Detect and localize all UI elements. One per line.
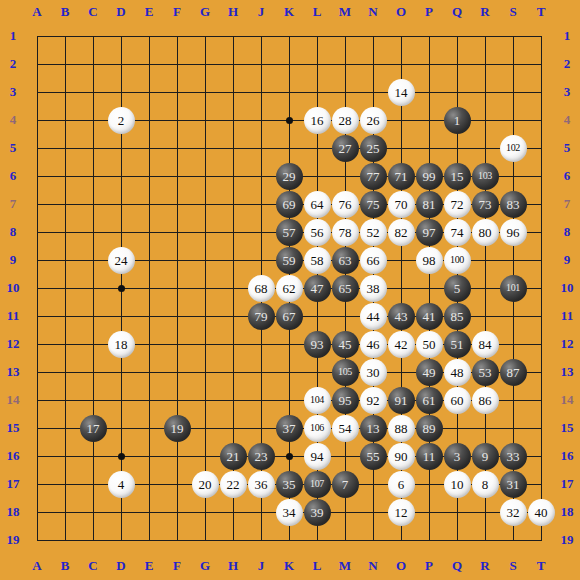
stone-white-G17: 20 [192, 471, 219, 498]
col-label-A: A [23, 2, 51, 22]
move-number: 105 [338, 367, 352, 377]
stone-black-Q6: 15 [444, 163, 471, 190]
stone-white-L14: 104 [304, 387, 331, 414]
stone-white-K10: 62 [276, 275, 303, 302]
move-number: 2 [118, 114, 125, 127]
move-number: 89 [423, 422, 436, 435]
stone-black-N6: 77 [360, 163, 387, 190]
move-number: 27 [339, 142, 352, 155]
row-label-2: 2 [2, 50, 24, 78]
col-label-A: A [23, 556, 51, 576]
stone-white-L4: 16 [304, 107, 331, 134]
stone-black-K11: 67 [276, 303, 303, 330]
move-number: 31 [507, 478, 520, 491]
col-label-P: P [415, 2, 443, 22]
stone-white-N14: 92 [360, 387, 387, 414]
move-number: 35 [283, 478, 296, 491]
row-label-10: 10 [556, 274, 578, 302]
move-number: 26 [367, 114, 380, 127]
stone-black-P7: 81 [416, 191, 443, 218]
row-label-6: 6 [556, 162, 578, 190]
stone-black-L12: 93 [304, 331, 331, 358]
col-label-H: H [219, 556, 247, 576]
row-label-15: 15 [2, 414, 24, 442]
stone-black-O14: 91 [388, 387, 415, 414]
col-label-O: O [387, 556, 415, 576]
move-number: 106 [310, 423, 324, 433]
stone-white-Q7: 72 [444, 191, 471, 218]
move-number: 63 [339, 254, 352, 267]
stone-black-P13: 49 [416, 359, 443, 386]
row-label-5: 5 [556, 134, 578, 162]
col-label-L: L [303, 2, 331, 22]
move-number: 3 [454, 450, 461, 463]
col-label-F: F [163, 2, 191, 22]
move-number: 78 [339, 226, 352, 239]
stone-black-K17: 35 [276, 471, 303, 498]
stone-white-N11: 44 [360, 303, 387, 330]
move-number: 43 [395, 310, 408, 323]
col-label-Q: Q [443, 2, 471, 22]
move-number: 44 [367, 310, 380, 323]
move-number: 55 [367, 450, 380, 463]
stone-white-M8: 78 [332, 219, 359, 246]
row-label-7: 7 [2, 190, 24, 218]
col-label-D: D [107, 2, 135, 22]
stone-black-Q12: 51 [444, 331, 471, 358]
stone-black-O11: 43 [388, 303, 415, 330]
move-number: 45 [339, 338, 352, 351]
stone-white-M15: 54 [332, 415, 359, 442]
move-number: 29 [283, 170, 296, 183]
row-label-11: 11 [2, 302, 24, 330]
row-label-9: 9 [2, 246, 24, 274]
stone-black-R13: 53 [472, 359, 499, 386]
move-number: 23 [255, 450, 268, 463]
row-label-17: 17 [556, 470, 578, 498]
move-number: 18 [115, 338, 128, 351]
col-label-R: R [471, 556, 499, 576]
stone-white-T18: 40 [528, 499, 555, 526]
move-number: 74 [451, 226, 464, 239]
move-number: 62 [283, 282, 296, 295]
stone-black-O6: 71 [388, 163, 415, 190]
row-label-8: 8 [2, 218, 24, 246]
move-number: 9 [482, 450, 489, 463]
row-label-2: 2 [556, 50, 578, 78]
move-number: 15 [451, 170, 464, 183]
row-label-12: 12 [556, 330, 578, 358]
move-number: 97 [423, 226, 436, 239]
col-label-K: K [275, 556, 303, 576]
move-number: 34 [283, 506, 296, 519]
move-number: 73 [479, 198, 492, 211]
stone-black-K15: 37 [276, 415, 303, 442]
stone-white-N9: 66 [360, 247, 387, 274]
move-number: 77 [367, 170, 380, 183]
stone-black-S13: 87 [500, 359, 527, 386]
stone-white-J10: 68 [248, 275, 275, 302]
move-number: 48 [451, 366, 464, 379]
stone-white-Q17: 10 [444, 471, 471, 498]
col-label-E: E [135, 556, 163, 576]
row-label-10: 10 [2, 274, 24, 302]
col-label-O: O [387, 2, 415, 22]
move-number: 6 [398, 478, 405, 491]
stone-white-M7: 76 [332, 191, 359, 218]
move-number: 16 [311, 114, 324, 127]
row-label-3: 3 [2, 78, 24, 106]
move-number: 57 [283, 226, 296, 239]
col-label-K: K [275, 2, 303, 22]
col-label-N: N [359, 556, 387, 576]
move-number: 88 [395, 422, 408, 435]
col-label-M: M [331, 556, 359, 576]
stone-white-L8: 56 [304, 219, 331, 246]
stone-white-S18: 32 [500, 499, 527, 526]
stone-black-M9: 63 [332, 247, 359, 274]
stone-white-D12: 18 [108, 331, 135, 358]
row-label-1: 1 [556, 22, 578, 50]
stone-black-S16: 33 [500, 443, 527, 470]
stone-white-R14: 86 [472, 387, 499, 414]
stone-white-D9: 24 [108, 247, 135, 274]
stone-black-N15: 13 [360, 415, 387, 442]
row-label-4: 4 [556, 106, 578, 134]
move-number: 58 [311, 254, 324, 267]
stone-white-O17: 6 [388, 471, 415, 498]
stone-white-Q13: 48 [444, 359, 471, 386]
move-number: 72 [451, 198, 464, 211]
stone-black-Q11: 85 [444, 303, 471, 330]
stone-white-O16: 90 [388, 443, 415, 470]
row-label-5: 5 [2, 134, 24, 162]
move-number: 33 [507, 450, 520, 463]
stone-black-L18: 39 [304, 499, 331, 526]
move-number: 20 [199, 478, 212, 491]
move-number: 102 [506, 143, 520, 153]
move-number: 79 [255, 310, 268, 323]
move-number: 19 [171, 422, 184, 435]
move-number: 82 [395, 226, 408, 239]
move-number: 53 [479, 366, 492, 379]
move-number: 85 [451, 310, 464, 323]
stone-black-P11: 41 [416, 303, 443, 330]
move-number: 90 [395, 450, 408, 463]
stone-black-L17: 107 [304, 471, 331, 498]
move-number: 99 [423, 170, 436, 183]
row-label-15: 15 [556, 414, 578, 442]
move-number: 104 [310, 395, 324, 405]
stone-black-S10: 101 [500, 275, 527, 302]
move-number: 38 [367, 282, 380, 295]
move-number: 100 [450, 255, 464, 265]
col-label-T: T [527, 2, 555, 22]
move-number: 7 [342, 478, 349, 491]
move-number: 60 [451, 394, 464, 407]
stone-black-J16: 23 [248, 443, 275, 470]
stone-black-K7: 69 [276, 191, 303, 218]
move-number: 69 [283, 198, 296, 211]
stone-white-O15: 88 [388, 415, 415, 442]
move-number: 68 [255, 282, 268, 295]
col-label-H: H [219, 2, 247, 22]
move-number: 59 [283, 254, 296, 267]
stone-white-Q8: 74 [444, 219, 471, 246]
stone-black-M10: 65 [332, 275, 359, 302]
stone-white-Q14: 60 [444, 387, 471, 414]
move-number: 61 [423, 394, 436, 407]
stone-black-Q10: 5 [444, 275, 471, 302]
stone-white-P12: 50 [416, 331, 443, 358]
stone-white-S8: 96 [500, 219, 527, 246]
row-label-16: 16 [556, 442, 578, 470]
stone-white-R17: 8 [472, 471, 499, 498]
stone-black-K6: 29 [276, 163, 303, 190]
move-number: 14 [395, 86, 408, 99]
move-number: 10 [451, 478, 464, 491]
move-number: 86 [479, 394, 492, 407]
stone-white-P9: 98 [416, 247, 443, 274]
stone-black-P15: 89 [416, 415, 443, 442]
col-label-C: C [79, 2, 107, 22]
move-number: 98 [423, 254, 436, 267]
stone-black-M17: 7 [332, 471, 359, 498]
stone-black-R16: 9 [472, 443, 499, 470]
move-number: 87 [507, 366, 520, 379]
row-label-7: 7 [556, 190, 578, 218]
move-number: 17 [87, 422, 100, 435]
move-number: 24 [115, 254, 128, 267]
col-label-C: C [79, 556, 107, 576]
col-label-S: S [499, 2, 527, 22]
stone-black-L10: 47 [304, 275, 331, 302]
move-number: 95 [339, 394, 352, 407]
col-label-Q: Q [443, 556, 471, 576]
row-label-13: 13 [2, 358, 24, 386]
stone-black-S7: 83 [500, 191, 527, 218]
stone-black-P16: 11 [416, 443, 443, 470]
row-label-4: 4 [2, 106, 24, 134]
col-label-B: B [51, 2, 79, 22]
row-label-14: 14 [556, 386, 578, 414]
stone-white-O18: 12 [388, 499, 415, 526]
move-number: 12 [395, 506, 408, 519]
move-number: 83 [507, 198, 520, 211]
row-label-11: 11 [556, 302, 578, 330]
move-number: 36 [255, 478, 268, 491]
stone-black-Q16: 3 [444, 443, 471, 470]
move-number: 80 [479, 226, 492, 239]
col-label-R: R [471, 2, 499, 22]
move-number: 81 [423, 198, 436, 211]
stone-white-R12: 84 [472, 331, 499, 358]
row-label-19: 19 [556, 526, 578, 554]
stone-black-R7: 73 [472, 191, 499, 218]
move-number: 103 [478, 171, 492, 181]
row-label-13: 13 [556, 358, 578, 386]
move-number: 75 [367, 198, 380, 211]
move-number: 37 [283, 422, 296, 435]
stone-black-C15: 17 [80, 415, 107, 442]
move-number: 91 [395, 394, 408, 407]
move-number: 41 [423, 310, 436, 323]
move-number: 52 [367, 226, 380, 239]
col-label-J: J [247, 556, 275, 576]
stone-black-P6: 99 [416, 163, 443, 190]
stone-white-O7: 70 [388, 191, 415, 218]
move-number: 22 [227, 478, 240, 491]
row-labels-left: 12345678910111213141516171819 [2, 22, 24, 554]
move-number: 30 [367, 366, 380, 379]
stone-white-N8: 52 [360, 219, 387, 246]
move-number: 1 [454, 114, 461, 127]
col-label-P: P [415, 556, 443, 576]
stone-white-J17: 36 [248, 471, 275, 498]
stone-white-L9: 58 [304, 247, 331, 274]
row-label-16: 16 [2, 442, 24, 470]
move-number: 96 [507, 226, 520, 239]
move-number: 32 [507, 506, 520, 519]
stone-black-K8: 57 [276, 219, 303, 246]
move-number: 84 [479, 338, 492, 351]
stone-white-O12: 42 [388, 331, 415, 358]
move-number: 4 [118, 478, 125, 491]
stone-black-Q4: 1 [444, 107, 471, 134]
stones-layer: 1234567891011121314151617181920212223242… [23, 22, 555, 554]
move-number: 54 [339, 422, 352, 435]
move-number: 5 [454, 282, 461, 295]
move-number: 107 [310, 479, 324, 489]
stone-black-M14: 95 [332, 387, 359, 414]
move-number: 65 [339, 282, 352, 295]
stone-white-L7: 64 [304, 191, 331, 218]
stone-white-N10: 38 [360, 275, 387, 302]
stone-white-N12: 46 [360, 331, 387, 358]
stone-white-O3: 14 [388, 79, 415, 106]
move-number: 51 [451, 338, 464, 351]
col-label-T: T [527, 556, 555, 576]
stone-black-J11: 79 [248, 303, 275, 330]
stone-white-Q9: 100 [444, 247, 471, 274]
col-label-N: N [359, 2, 387, 22]
row-label-1: 1 [2, 22, 24, 50]
move-number: 39 [311, 506, 324, 519]
go-board-app: ABCDEFGHJKLMNOPQRST ABCDEFGHJKLMNOPQRST … [0, 0, 580, 580]
row-label-12: 12 [2, 330, 24, 358]
stone-white-L16: 94 [304, 443, 331, 470]
stone-white-D17: 4 [108, 471, 135, 498]
move-number: 40 [535, 506, 548, 519]
col-label-J: J [247, 2, 275, 22]
stone-white-S5: 102 [500, 135, 527, 162]
stone-black-N7: 75 [360, 191, 387, 218]
move-number: 93 [311, 338, 324, 351]
row-label-19: 19 [2, 526, 24, 554]
stone-black-N5: 25 [360, 135, 387, 162]
stone-white-K18: 34 [276, 499, 303, 526]
move-number: 76 [339, 198, 352, 211]
stone-black-N16: 55 [360, 443, 387, 470]
stone-black-P14: 61 [416, 387, 443, 414]
move-number: 49 [423, 366, 436, 379]
stone-black-F15: 19 [164, 415, 191, 442]
move-number: 70 [395, 198, 408, 211]
move-number: 66 [367, 254, 380, 267]
col-label-L: L [303, 556, 331, 576]
col-label-G: G [191, 2, 219, 22]
row-label-6: 6 [2, 162, 24, 190]
stone-black-P8: 97 [416, 219, 443, 246]
move-number: 47 [311, 282, 324, 295]
stone-white-O8: 82 [388, 219, 415, 246]
move-number: 28 [339, 114, 352, 127]
move-number: 13 [367, 422, 380, 435]
col-label-B: B [51, 556, 79, 576]
stone-white-N13: 30 [360, 359, 387, 386]
move-number: 64 [311, 198, 324, 211]
stone-white-H17: 22 [220, 471, 247, 498]
stone-black-S17: 31 [500, 471, 527, 498]
stone-black-M5: 27 [332, 135, 359, 162]
stone-black-H16: 21 [220, 443, 247, 470]
move-number: 46 [367, 338, 380, 351]
col-label-S: S [499, 556, 527, 576]
col-label-F: F [163, 556, 191, 576]
move-number: 8 [482, 478, 489, 491]
row-label-14: 14 [2, 386, 24, 414]
move-number: 25 [367, 142, 380, 155]
move-number: 56 [311, 226, 324, 239]
move-number: 67 [283, 310, 296, 323]
col-label-E: E [135, 2, 163, 22]
row-label-17: 17 [2, 470, 24, 498]
column-labels-top: ABCDEFGHJKLMNOPQRST [23, 2, 555, 22]
stone-white-M4: 28 [332, 107, 359, 134]
move-number: 50 [423, 338, 436, 351]
stone-black-M13: 105 [332, 359, 359, 386]
move-number: 11 [423, 450, 436, 463]
row-label-8: 8 [556, 218, 578, 246]
stone-white-N4: 26 [360, 107, 387, 134]
stone-white-L15: 106 [304, 415, 331, 442]
move-number: 71 [395, 170, 408, 183]
move-number: 94 [311, 450, 324, 463]
stone-black-K9: 59 [276, 247, 303, 274]
col-label-D: D [107, 556, 135, 576]
stone-white-R8: 80 [472, 219, 499, 246]
move-number: 42 [395, 338, 408, 351]
stone-black-R6: 103 [472, 163, 499, 190]
move-number: 21 [227, 450, 240, 463]
row-labels-right: 12345678910111213141516171819 [556, 22, 578, 554]
col-label-M: M [331, 2, 359, 22]
row-label-18: 18 [2, 498, 24, 526]
stone-black-M12: 45 [332, 331, 359, 358]
row-label-18: 18 [556, 498, 578, 526]
col-label-G: G [191, 556, 219, 576]
stone-white-D4: 2 [108, 107, 135, 134]
row-label-3: 3 [556, 78, 578, 106]
row-label-9: 9 [556, 246, 578, 274]
move-number: 101 [506, 283, 520, 293]
column-labels-bottom: ABCDEFGHJKLMNOPQRST [23, 556, 555, 576]
move-number: 92 [367, 394, 380, 407]
